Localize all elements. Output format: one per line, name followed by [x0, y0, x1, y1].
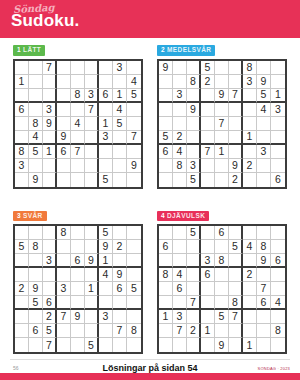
sudoku-cell-r4c5[interactable]: [71, 268, 85, 282]
sudoku-cell-r9c1[interactable]: [159, 338, 173, 352]
sudoku-cell-r5c7[interactable]: 1: [99, 117, 113, 131]
sudoku-cell-r7c7[interactable]: [243, 145, 257, 159]
sudoku-cell-r4c4[interactable]: [57, 268, 71, 282]
sudoku-cell-r6c6[interactable]: [85, 131, 99, 145]
sudoku-cell-r2c6[interactable]: [229, 75, 243, 89]
sudoku-cell-r8c4[interactable]: 1: [201, 324, 215, 338]
sudoku-cell-r4c4[interactable]: [201, 103, 215, 117]
sudoku-cell-r5c9[interactable]: 5: [127, 282, 141, 296]
sudoku-cell-r7c6[interactable]: [229, 145, 243, 159]
sudoku-cell-r5c4[interactable]: [201, 282, 215, 296]
sudoku-cell-r7c6[interactable]: [85, 145, 99, 159]
sudoku-cell-r2c2[interactable]: [29, 75, 43, 89]
sudoku-cell-r7c8[interactable]: 3: [257, 145, 271, 159]
sudoku-cell-r5c5[interactable]: 4: [71, 117, 85, 131]
sudoku-cell-r7c4[interactable]: 7: [201, 145, 215, 159]
sudoku-cell-r7c3[interactable]: 2: [43, 310, 57, 324]
sudoku-cell-r9c9[interactable]: 6: [271, 173, 285, 187]
sudoku-cell-r7c5[interactable]: 9: [71, 310, 85, 324]
sudoku-cell-r3c7[interactable]: 1: [99, 254, 113, 268]
sudoku-cell-r4c3[interactable]: 3: [43, 103, 57, 117]
sudoku-cell-r3c5[interactable]: 6: [71, 254, 85, 268]
sudoku-cell-r9c8[interactable]: [113, 338, 127, 352]
sudoku-cell-r3c9[interactable]: 5: [127, 89, 141, 103]
sudoku-cell-r4c1[interactable]: [159, 103, 173, 117]
sudoku-cell-r1c7[interactable]: [99, 61, 113, 75]
sudoku-cell-r1c8[interactable]: [113, 226, 127, 240]
sudoku-cell-r1c6[interactable]: [85, 226, 99, 240]
sudoku-cell-r6c9[interactable]: [127, 296, 141, 310]
sudoku-cell-r3c6[interactable]: [229, 254, 243, 268]
sudoku-cell-r2c4[interactable]: [201, 240, 215, 254]
sudoku-cell-r1c1[interactable]: [15, 226, 29, 240]
sudoku-cell-r7c2[interactable]: 5: [29, 145, 43, 159]
sudoku-cell-r8c2[interactable]: 8: [173, 159, 187, 173]
sudoku-cell-r1c9[interactable]: [127, 226, 141, 240]
sudoku-cell-r9c7[interactable]: [99, 338, 113, 352]
sudoku-cell-r2c7[interactable]: 3: [243, 75, 257, 89]
sudoku-cell-r8c6[interactable]: 9: [229, 159, 243, 173]
sudoku-cell-r2c4[interactable]: [57, 75, 71, 89]
sudoku-cell-r2c8[interactable]: [113, 75, 127, 89]
sudoku-cell-r5c7[interactable]: [243, 117, 257, 131]
sudoku-cell-r3c3[interactable]: [187, 254, 201, 268]
sudoku-cell-r1c9[interactable]: [271, 61, 285, 75]
sudoku-cell-r7c1[interactable]: 8: [15, 145, 29, 159]
sudoku-cell-r7c2[interactable]: 3: [173, 310, 187, 324]
sudoku-cell-r4c9[interactable]: 3: [271, 103, 285, 117]
sudoku-cell-r8c3[interactable]: 5: [43, 324, 57, 338]
sudoku-cell-r2c9[interactable]: [127, 240, 141, 254]
sudoku-cell-r5c9[interactable]: [127, 117, 141, 131]
sudoku-cell-r4c2[interactable]: [173, 103, 187, 117]
sudoku-cell-r3c8[interactable]: 9: [257, 254, 271, 268]
sudoku-cell-r9c8[interactable]: [257, 338, 271, 352]
sudoku-cell-r3c2[interactable]: [29, 89, 43, 103]
sudoku-cell-r7c7[interactable]: 3: [99, 310, 113, 324]
sudoku-cell-r2c8[interactable]: 2: [113, 240, 127, 254]
sudoku-cell-r1c9[interactable]: [271, 226, 285, 240]
sudoku-cell-r6c1[interactable]: [159, 296, 173, 310]
sudoku-cell-r9c6[interactable]: 5: [85, 338, 99, 352]
sudoku-cell-r9c9[interactable]: [127, 338, 141, 352]
sudoku-cell-r7c1[interactable]: 1: [159, 310, 173, 324]
sudoku-cell-r1c1[interactable]: [159, 226, 173, 240]
sudoku-cell-r2c9[interactable]: [271, 240, 285, 254]
sudoku-cell-r6c7[interactable]: 1: [243, 131, 257, 145]
sudoku-cell-r5c6[interactable]: [229, 117, 243, 131]
sudoku-cell-r9c8[interactable]: [113, 173, 127, 187]
sudoku-cell-r9c9[interactable]: [127, 173, 141, 187]
sudoku-cell-r3c6[interactable]: 7: [229, 89, 243, 103]
sudoku-cell-r4c8[interactable]: 9: [113, 268, 127, 282]
sudoku-cell-r4c2[interactable]: [29, 103, 43, 117]
sudoku-cell-r9c4[interactable]: [201, 338, 215, 352]
sudoku-cell-r1c8[interactable]: [257, 226, 271, 240]
sudoku-cell-r3c6[interactable]: 9: [85, 254, 99, 268]
sudoku-cell-r9c1[interactable]: [15, 173, 29, 187]
sudoku-cell-r4c4[interactable]: [57, 103, 71, 117]
sudoku-cell-r8c2[interactable]: [29, 159, 43, 173]
sudoku-cell-r3c8[interactable]: 5: [257, 89, 271, 103]
sudoku-cell-r4c6[interactable]: [85, 268, 99, 282]
sudoku-cell-r7c7[interactable]: [99, 145, 113, 159]
sudoku-cell-r8c5[interactable]: [215, 324, 229, 338]
sudoku-cell-r9c1[interactable]: [15, 338, 29, 352]
sudoku-cell-r4c6[interactable]: [229, 268, 243, 282]
sudoku-cell-r9c3[interactable]: [187, 338, 201, 352]
sudoku-cell-r6c5[interactable]: [215, 131, 229, 145]
sudoku-cell-r5c6[interactable]: [85, 117, 99, 131]
sudoku-cell-r6c3[interactable]: 7: [187, 296, 201, 310]
sudoku-cell-r2c6[interactable]: [85, 75, 99, 89]
sudoku-cell-r4c4[interactable]: 6: [201, 268, 215, 282]
sudoku-cell-r3c3[interactable]: [187, 89, 201, 103]
sudoku-cell-r4c5[interactable]: [215, 268, 229, 282]
sudoku-cell-r2c2[interactable]: [173, 240, 187, 254]
sudoku-cell-r1c7[interactable]: 8: [243, 61, 257, 75]
sudoku-cell-r6c9[interactable]: [271, 131, 285, 145]
sudoku-cell-r4c3[interactable]: 9: [187, 103, 201, 117]
sudoku-cell-r1c6[interactable]: [85, 61, 99, 75]
sudoku-cell-r1c9[interactable]: [127, 61, 141, 75]
sudoku-cell-r9c9[interactable]: [271, 338, 285, 352]
sudoku-cell-r5c6[interactable]: [229, 282, 243, 296]
sudoku-cell-r9c7[interactable]: [243, 173, 257, 187]
sudoku-cell-r6c6[interactable]: 8: [229, 296, 243, 310]
sudoku-cell-r5c8[interactable]: [257, 117, 271, 131]
sudoku-cell-r8c1[interactable]: [15, 324, 29, 338]
sudoku-cell-r1c6[interactable]: [229, 61, 243, 75]
sudoku-cell-r6c8[interactable]: [257, 131, 271, 145]
sudoku-cell-r4c1[interactable]: 8: [159, 268, 173, 282]
sudoku-cell-r1c6[interactable]: [229, 226, 243, 240]
sudoku-cell-r6c6[interactable]: [85, 296, 99, 310]
sudoku-cell-r7c5[interactable]: 1: [215, 145, 229, 159]
sudoku-cell-r3c5[interactable]: 8: [71, 89, 85, 103]
sudoku-cell-r3c7[interactable]: 6: [99, 89, 113, 103]
sudoku-cell-r6c8[interactable]: [113, 296, 127, 310]
sudoku-cell-r4c9[interactable]: [127, 103, 141, 117]
sudoku-cell-r8c7[interactable]: 2: [243, 159, 257, 173]
sudoku-cell-r6c7[interactable]: 3: [99, 131, 113, 145]
sudoku-cell-r4c1[interactable]: 6: [15, 103, 29, 117]
sudoku-cell-r8c9[interactable]: 9: [127, 159, 141, 173]
sudoku-cell-r3c9[interactable]: [127, 254, 141, 268]
sudoku-cell-r5c9[interactable]: [271, 117, 285, 131]
sudoku-cell-r2c1[interactable]: 5: [15, 240, 29, 254]
sudoku-cell-r7c6[interactable]: [85, 310, 99, 324]
sudoku-cell-r9c4[interactable]: [201, 173, 215, 187]
sudoku-cell-r4c3[interactable]: [43, 268, 57, 282]
sudoku-cell-r7c1[interactable]: [15, 310, 29, 324]
sudoku-cell-r8c9[interactable]: 8: [127, 324, 141, 338]
sudoku-cell-r5c1[interactable]: [159, 117, 173, 131]
sudoku-cell-r9c2[interactable]: [29, 338, 43, 352]
sudoku-cell-r6c9[interactable]: 4: [271, 296, 285, 310]
sudoku-cell-r1c3[interactable]: [187, 61, 201, 75]
sudoku-cell-r7c8[interactable]: [113, 145, 127, 159]
sudoku-cell-r9c3[interactable]: [43, 173, 57, 187]
sudoku-cell-r3c1[interactable]: [159, 254, 173, 268]
sudoku-cell-r7c3[interactable]: 1: [43, 145, 57, 159]
sudoku-cell-r8c5[interactable]: [215, 159, 229, 173]
sudoku-cell-r8c7[interactable]: [99, 159, 113, 173]
sudoku-cell-r8c9[interactable]: 8: [271, 324, 285, 338]
sudoku-cell-r7c5[interactable]: 7: [71, 145, 85, 159]
sudoku-cell-r9c5[interactable]: [215, 173, 229, 187]
sudoku-cell-r5c8[interactable]: 7: [257, 282, 271, 296]
sudoku-cell-r5c3[interactable]: [187, 117, 201, 131]
sudoku-cell-r6c1[interactable]: [15, 131, 29, 145]
sudoku-cell-r8c8[interactable]: [257, 159, 271, 173]
sudoku-cell-r3c8[interactable]: [113, 254, 127, 268]
sudoku-cell-r9c5[interactable]: [71, 173, 85, 187]
sudoku-cell-r4c8[interactable]: 4: [113, 103, 127, 117]
sudoku-cell-r9c6[interactable]: [229, 338, 243, 352]
sudoku-cell-r5c2[interactable]: 6: [173, 282, 187, 296]
sudoku-cell-r1c5[interactable]: 6: [215, 226, 229, 240]
sudoku-cell-r8c7[interactable]: [99, 324, 113, 338]
sudoku-cell-r3c5[interactable]: 8: [215, 254, 229, 268]
sudoku-cell-r9c1[interactable]: [159, 173, 173, 187]
sudoku-cell-r2c2[interactable]: [173, 75, 187, 89]
sudoku-cell-r7c1[interactable]: 6: [159, 145, 173, 159]
sudoku-cell-r2c8[interactable]: 8: [257, 240, 271, 254]
sudoku-cell-r4c8[interactable]: 4: [257, 103, 271, 117]
sudoku-cell-r8c4[interactable]: [57, 159, 71, 173]
sudoku-cell-r4c9[interactable]: [127, 268, 141, 282]
sudoku-cell-r9c6[interactable]: [85, 173, 99, 187]
sudoku-cell-r8c1[interactable]: [159, 159, 173, 173]
sudoku-cell-r3c2[interactable]: [173, 254, 187, 268]
sudoku-cell-r6c8[interactable]: [113, 131, 127, 145]
sudoku-cell-r7c4[interactable]: 6: [57, 145, 71, 159]
sudoku-cell-r6c2[interactable]: [173, 296, 187, 310]
sudoku-cell-r2c7[interactable]: [99, 75, 113, 89]
sudoku-cell-r6c1[interactable]: [15, 296, 29, 310]
sudoku-cell-r5c5[interactable]: [71, 282, 85, 296]
sudoku-cell-r1c5[interactable]: [71, 61, 85, 75]
sudoku-cell-r3c7[interactable]: [243, 254, 257, 268]
sudoku-cell-r2c3[interactable]: [43, 240, 57, 254]
sudoku-cell-r5c4[interactable]: [57, 117, 71, 131]
sudoku-cell-r3c7[interactable]: [243, 89, 257, 103]
sudoku-cell-r2c1[interactable]: 1: [15, 75, 29, 89]
sudoku-cell-r1c5[interactable]: [215, 61, 229, 75]
sudoku-cell-r6c8[interactable]: 6: [257, 296, 271, 310]
sudoku-cell-r2c5[interactable]: [71, 75, 85, 89]
sudoku-cell-r9c2[interactable]: [173, 338, 187, 352]
sudoku-cell-r5c3[interactable]: 9: [43, 117, 57, 131]
sudoku-cell-r1c1[interactable]: 9: [159, 61, 173, 75]
sudoku-cell-r6c9[interactable]: 7: [127, 131, 141, 145]
sudoku-cell-r1c3[interactable]: [43, 226, 57, 240]
sudoku-cell-r4c2[interactable]: [29, 268, 43, 282]
sudoku-cell-r2c1[interactable]: 6: [159, 240, 173, 254]
sudoku-cell-r8c3[interactable]: [43, 159, 57, 173]
sudoku-cell-r8c2[interactable]: 6: [29, 324, 43, 338]
sudoku-cell-r2c3[interactable]: 8: [187, 75, 201, 89]
sudoku-cell-r2c5[interactable]: [71, 240, 85, 254]
sudoku-cell-r1c2[interactable]: [173, 226, 187, 240]
sudoku-cell-r7c6[interactable]: 7: [229, 310, 243, 324]
sudoku-cell-r1c8[interactable]: 3: [113, 61, 127, 75]
sudoku-cell-r4c7[interactable]: 4: [99, 268, 113, 282]
sudoku-cell-r6c5[interactable]: [215, 296, 229, 310]
sudoku-cell-r2c5[interactable]: [215, 240, 229, 254]
sudoku-cell-r6c3[interactable]: [187, 131, 201, 145]
sudoku-cell-r7c4[interactable]: 7: [57, 310, 71, 324]
sudoku-cell-r7c2[interactable]: 4: [173, 145, 187, 159]
sudoku-cell-r8c8[interactable]: [257, 324, 271, 338]
sudoku-cell-r2c2[interactable]: 8: [29, 240, 43, 254]
sudoku-cell-r6c4[interactable]: [57, 296, 71, 310]
sudoku-cell-r6c3[interactable]: [43, 131, 57, 145]
sudoku-cell-r8c7[interactable]: [243, 324, 257, 338]
sudoku-cell-r5c4[interactable]: 3: [57, 282, 71, 296]
sudoku-cell-r8c6[interactable]: [85, 159, 99, 173]
sudoku-cell-r4c5[interactable]: [71, 103, 85, 117]
sudoku-cell-r8c3[interactable]: 2: [187, 324, 201, 338]
sudoku-cell-r5c9[interactable]: [271, 282, 285, 296]
sudoku-cell-r2c6[interactable]: 5: [229, 240, 243, 254]
sudoku-cell-r5c5[interactable]: [215, 282, 229, 296]
sudoku-cell-r6c3[interactable]: 6: [43, 296, 57, 310]
sudoku-cell-r7c5[interactable]: 5: [215, 310, 229, 324]
sudoku-cell-r4c1[interactable]: [15, 268, 29, 282]
sudoku-cell-r4c7[interactable]: [243, 103, 257, 117]
sudoku-cell-r5c7[interactable]: [99, 282, 113, 296]
sudoku-cell-r3c4[interactable]: [57, 89, 71, 103]
sudoku-cell-r5c5[interactable]: 7: [215, 117, 229, 131]
sudoku-cell-r1c1[interactable]: [15, 61, 29, 75]
sudoku-cell-r7c4[interactable]: [201, 310, 215, 324]
sudoku-cell-r3c1[interactable]: [15, 254, 29, 268]
sudoku-cell-r7c3[interactable]: [187, 310, 201, 324]
sudoku-cell-r6c7[interactable]: [99, 296, 113, 310]
sudoku-cell-r8c2[interactable]: 7: [173, 324, 187, 338]
sudoku-cell-r2c4[interactable]: [57, 240, 71, 254]
sudoku-cell-r7c8[interactable]: [113, 310, 127, 324]
sudoku-cell-r1c8[interactable]: [257, 61, 271, 75]
sudoku-cell-r5c1[interactable]: 2: [15, 282, 29, 296]
sudoku-cell-r4c6[interactable]: [229, 103, 243, 117]
sudoku-cell-r1c7[interactable]: 5: [99, 226, 113, 240]
sudoku-cell-r3c6[interactable]: 3: [85, 89, 99, 103]
sudoku-cell-r6c6[interactable]: [229, 131, 243, 145]
sudoku-cell-r9c5[interactable]: [71, 338, 85, 352]
sudoku-cell-r8c4[interactable]: [57, 324, 71, 338]
sudoku-cell-r8c4[interactable]: [201, 159, 215, 173]
sudoku-cell-r1c4[interactable]: 5: [201, 61, 215, 75]
sudoku-cell-r4c8[interactable]: [257, 268, 271, 282]
sudoku-cell-r9c3[interactable]: 5: [187, 173, 201, 187]
sudoku-cell-r3c2[interactable]: [29, 254, 43, 268]
sudoku-cell-r2c3[interactable]: [43, 75, 57, 89]
sudoku-cell-r4c6[interactable]: 7: [85, 103, 99, 117]
sudoku-cell-r2c1[interactable]: [159, 75, 173, 89]
sudoku-cell-r9c5[interactable]: 9: [215, 338, 229, 352]
sudoku-cell-r3c1[interactable]: [159, 89, 173, 103]
sudoku-cell-r5c4[interactable]: [201, 117, 215, 131]
sudoku-cell-r2c7[interactable]: 9: [99, 240, 113, 254]
sudoku-cell-r8c6[interactable]: [229, 324, 243, 338]
sudoku-cell-r5c3[interactable]: [43, 282, 57, 296]
sudoku-cell-r4c9[interactable]: [271, 268, 285, 282]
sudoku-cell-r4c3[interactable]: [187, 268, 201, 282]
sudoku-cell-r8c6[interactable]: [85, 324, 99, 338]
sudoku-cell-r3c4[interactable]: [57, 254, 71, 268]
sudoku-cell-r6c4[interactable]: [201, 296, 215, 310]
sudoku-cell-r7c9[interactable]: [127, 145, 141, 159]
sudoku-cell-r1c4[interactable]: [201, 226, 215, 240]
sudoku-cell-r1c2[interactable]: [29, 61, 43, 75]
sudoku-cell-r2c7[interactable]: 4: [243, 240, 257, 254]
sudoku-cell-r5c1[interactable]: [159, 282, 173, 296]
sudoku-cell-r9c4[interactable]: [57, 338, 71, 352]
sudoku-cell-r5c2[interactable]: 8: [29, 117, 43, 131]
sudoku-cell-r7c3[interactable]: [187, 145, 201, 159]
sudoku-cell-r4c2[interactable]: 4: [173, 268, 187, 282]
sudoku-cell-r8c3[interactable]: 3: [187, 159, 201, 173]
sudoku-cell-r1c7[interactable]: [243, 226, 257, 240]
sudoku-cell-r9c4[interactable]: [57, 173, 71, 187]
sudoku-cell-r6c4[interactable]: [201, 131, 215, 145]
sudoku-cell-r3c2[interactable]: 3: [173, 89, 187, 103]
sudoku-cell-r4c7[interactable]: 2: [243, 268, 257, 282]
sudoku-cell-r7c7[interactable]: [243, 310, 257, 324]
sudoku-cell-r2c8[interactable]: 9: [257, 75, 271, 89]
sudoku-cell-r9c3[interactable]: 7: [43, 338, 57, 352]
sudoku-cell-r1c4[interactable]: [57, 61, 71, 75]
sudoku-cell-r7c2[interactable]: [29, 310, 43, 324]
sudoku-cell-r4c5[interactable]: [215, 103, 229, 117]
sudoku-cell-r6c5[interactable]: [71, 296, 85, 310]
sudoku-cell-r1c2[interactable]: [173, 61, 187, 75]
sudoku-cell-r6c2[interactable]: 4: [29, 131, 43, 145]
sudoku-cell-r7c9[interactable]: [127, 310, 141, 324]
sudoku-cell-r8c1[interactable]: [159, 324, 173, 338]
sudoku-cell-r9c2[interactable]: [173, 173, 187, 187]
sudoku-cell-r2c3[interactable]: [187, 240, 201, 254]
sudoku-cell-r5c3[interactable]: [187, 282, 201, 296]
sudoku-cell-r7c8[interactable]: [257, 310, 271, 324]
sudoku-cell-r6c2[interactable]: 5: [29, 296, 43, 310]
sudoku-cell-r5c8[interactable]: 5: [113, 117, 127, 131]
sudoku-cell-r9c6[interactable]: 2: [229, 173, 243, 187]
sudoku-cell-r5c1[interactable]: [15, 117, 29, 131]
sudoku-cell-r5c6[interactable]: 1: [85, 282, 99, 296]
sudoku-cell-r5c2[interactable]: [173, 117, 187, 131]
sudoku-cell-r6c7[interactable]: [243, 296, 257, 310]
sudoku-cell-r6c5[interactable]: [71, 131, 85, 145]
sudoku-cell-r9c7[interactable]: 5: [99, 173, 113, 187]
sudoku-cell-r3c9[interactable]: 6: [271, 254, 285, 268]
sudoku-cell-r8c9[interactable]: [271, 159, 285, 173]
sudoku-cell-r7c9[interactable]: [271, 310, 285, 324]
sudoku-cell-r3c8[interactable]: 1: [113, 89, 127, 103]
sudoku-cell-r3c4[interactable]: 3: [201, 254, 215, 268]
sudoku-cell-r1c3[interactable]: 7: [43, 61, 57, 75]
sudoku-cell-r2c6[interactable]: [85, 240, 99, 254]
sudoku-cell-r9c7[interactable]: 1: [243, 338, 257, 352]
sudoku-cell-r3c4[interactable]: [201, 89, 215, 103]
sudoku-cell-r1c3[interactable]: 5: [187, 226, 201, 240]
sudoku-cell-r2c5[interactable]: [215, 75, 229, 89]
sudoku-cell-r8c8[interactable]: 7: [113, 324, 127, 338]
sudoku-cell-r2c9[interactable]: [271, 75, 285, 89]
